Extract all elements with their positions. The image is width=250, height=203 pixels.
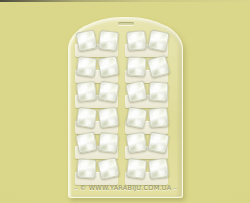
earring-pair (75, 133, 121, 160)
crystal-stud-earring (76, 81, 97, 102)
earring-pair (125, 82, 171, 109)
crystal-stud-earring (98, 107, 119, 128)
crystal-stud-earring (98, 56, 120, 78)
earring-pair (125, 133, 171, 160)
watermark-line-right (173, 188, 177, 190)
hanging-slot (118, 22, 134, 25)
watermark: © WWW.YARABIJU.COM.UA (74, 184, 177, 193)
crystal-stud-earring (97, 157, 120, 180)
crystal-stud-earring (126, 158, 147, 179)
earring-pair (75, 82, 121, 109)
crystal-stud-earring (76, 158, 97, 179)
earring-display-stand: © WWW.YARABIJU.COM.UA (68, 17, 183, 198)
product-photo: © WWW.YARABIJU.COM.UA (0, 0, 250, 203)
crystal-stud-earring (125, 80, 148, 103)
crystal-stud-earring (126, 30, 147, 51)
crystal-stud-earring (125, 106, 148, 129)
earring-pair (125, 31, 171, 58)
earring-pair (75, 159, 121, 186)
crystal-stud-earring (147, 29, 170, 52)
crystal-stud-earring (75, 29, 97, 51)
watermark-line-left (74, 188, 78, 190)
crystal-stud-earring (76, 107, 98, 129)
earring-pair (125, 159, 171, 186)
crystal-stud-earring (126, 132, 147, 153)
crystal-stud-earring (97, 80, 119, 102)
earring-pair (125, 57, 171, 84)
crystal-stud-earring (126, 56, 147, 77)
watermark-text: © WWW.YARABIJU.COM.UA (80, 184, 172, 193)
earring-pair (125, 108, 171, 135)
crystal-stud-earring (148, 107, 169, 128)
earring-pair (75, 108, 121, 135)
earring-pair (75, 31, 121, 58)
crystal-stud-earring (76, 56, 97, 77)
crystal-stud-earring (98, 132, 119, 153)
crystal-stud-earring (98, 30, 119, 51)
crystal-stud-earring (147, 131, 169, 153)
crystal-stud-earring (75, 131, 97, 153)
crystal-stud-earring (148, 158, 169, 179)
crystal-stud-earring (148, 81, 168, 101)
earring-pair (75, 57, 121, 84)
photo-top-edge-shadow (0, 0, 250, 2)
